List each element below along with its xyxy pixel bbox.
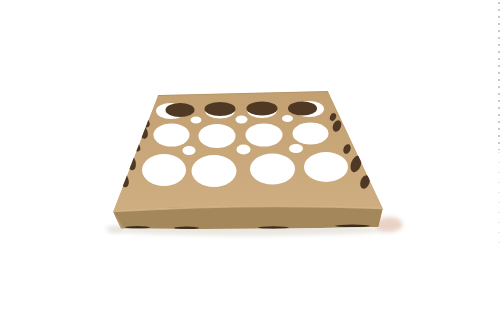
back-holes-dark-ellipse: [288, 102, 317, 116]
bottom-slots-ellipse: [335, 225, 370, 228]
small-holes-ellipse: [289, 144, 303, 153]
large-holes-ellipse: [293, 123, 329, 145]
bottom-slots-ellipse: [125, 226, 150, 229]
small-holes-ellipse: [282, 115, 293, 122]
large-holes-ellipse: [304, 152, 348, 182]
small-holes-ellipse: [237, 145, 251, 155]
large-holes-ellipse: [142, 154, 186, 186]
back-holes-dark-ellipse: [166, 103, 195, 117]
photo-canvas: [0, 0, 500, 331]
small-holes-ellipse: [183, 146, 196, 155]
back-holes-dark-ellipse: [247, 102, 278, 116]
large-holes-ellipse: [246, 124, 283, 147]
small-holes-ellipse: [236, 116, 248, 124]
large-holes-ellipse: [154, 124, 190, 147]
large-holes-ellipse: [192, 155, 237, 187]
small-holes-ellipse: [191, 117, 202, 124]
large-holes-ellipse: [199, 124, 236, 148]
bottom-slots-ellipse: [174, 227, 199, 230]
back-holes-dark-ellipse: [205, 102, 236, 116]
large-holes-ellipse: [250, 154, 295, 185]
cardboard-tray-photo: [0, 0, 500, 331]
tray-group: [112, 91, 384, 229]
